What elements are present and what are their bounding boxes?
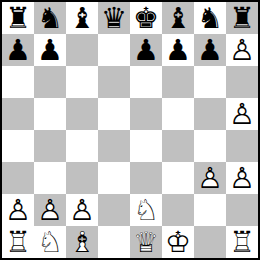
white-queen-icon: ♛♕	[130, 226, 162, 258]
square-h6[interactable]	[226, 66, 258, 98]
square-g4[interactable]	[194, 130, 226, 162]
square-c8[interactable]: ♝	[66, 2, 98, 34]
square-b7[interactable]: ♟	[34, 34, 66, 66]
white-pawn-icon: ♟♙	[66, 194, 98, 226]
square-h7[interactable]: ♟♙	[226, 34, 258, 66]
white-king-icon: ♚♔	[162, 226, 194, 258]
square-h1[interactable]: ♜♖	[226, 226, 258, 258]
white-pawn-icon: ♟♙	[226, 162, 258, 194]
square-g3[interactable]: ♟♙	[194, 162, 226, 194]
black-knight-icon: ♞	[194, 2, 226, 34]
square-h3[interactable]: ♟♙	[226, 162, 258, 194]
square-c4[interactable]	[66, 130, 98, 162]
square-a7[interactable]: ♟	[2, 34, 34, 66]
square-h4[interactable]	[226, 130, 258, 162]
square-c3[interactable]	[66, 162, 98, 194]
square-a1[interactable]: ♜♖	[2, 226, 34, 258]
square-g2[interactable]	[194, 194, 226, 226]
square-f8[interactable]: ♝	[162, 2, 194, 34]
white-bishop-icon: ♝♗	[66, 226, 98, 258]
square-f4[interactable]	[162, 130, 194, 162]
black-knight-icon: ♞	[34, 2, 66, 34]
square-d4[interactable]	[98, 130, 130, 162]
square-b2[interactable]: ♟♙	[34, 194, 66, 226]
square-e6[interactable]	[130, 66, 162, 98]
square-d8[interactable]: ♛	[98, 2, 130, 34]
white-knight-icon: ♞♘	[130, 194, 162, 226]
square-a4[interactable]	[2, 130, 34, 162]
square-c5[interactable]	[66, 98, 98, 130]
white-pawn-icon: ♟♙	[226, 98, 258, 130]
chess-board: ♜♞♝♛♚♝♞♜♟♟♟♟♟♟♙♟♙♟♙♟♙♟♙♟♙♟♙♞♘♜♖♞♘♝♗♛♕♚♔♜…	[0, 0, 260, 260]
white-pawn-icon: ♟♙	[34, 194, 66, 226]
square-a3[interactable]	[2, 162, 34, 194]
square-h2[interactable]	[226, 194, 258, 226]
black-pawn-icon: ♟	[194, 34, 226, 66]
square-f2[interactable]	[162, 194, 194, 226]
square-c7[interactable]	[66, 34, 98, 66]
square-e5[interactable]	[130, 98, 162, 130]
square-c6[interactable]	[66, 66, 98, 98]
square-c2[interactable]: ♟♙	[66, 194, 98, 226]
square-d5[interactable]	[98, 98, 130, 130]
square-f6[interactable]	[162, 66, 194, 98]
square-b3[interactable]	[34, 162, 66, 194]
square-d6[interactable]	[98, 66, 130, 98]
black-pawn-icon: ♟	[130, 34, 162, 66]
square-g5[interactable]	[194, 98, 226, 130]
square-g6[interactable]	[194, 66, 226, 98]
square-b5[interactable]	[34, 98, 66, 130]
square-d2[interactable]	[98, 194, 130, 226]
square-g7[interactable]: ♟	[194, 34, 226, 66]
square-b8[interactable]: ♞	[34, 2, 66, 34]
white-knight-icon: ♞♘	[34, 226, 66, 258]
square-f7[interactable]: ♟	[162, 34, 194, 66]
square-f1[interactable]: ♚♔	[162, 226, 194, 258]
black-pawn-icon: ♟	[34, 34, 66, 66]
white-rook-icon: ♜♖	[226, 226, 258, 258]
square-d3[interactable]	[98, 162, 130, 194]
black-queen-icon: ♛	[98, 2, 130, 34]
square-e2[interactable]: ♞♘	[130, 194, 162, 226]
square-e7[interactable]: ♟	[130, 34, 162, 66]
square-e3[interactable]	[130, 162, 162, 194]
white-pawn-icon: ♟♙	[194, 162, 226, 194]
black-rook-icon: ♜	[2, 2, 34, 34]
square-a5[interactable]	[2, 98, 34, 130]
square-f3[interactable]	[162, 162, 194, 194]
square-b4[interactable]	[34, 130, 66, 162]
white-pawn-icon: ♟♙	[226, 34, 258, 66]
square-g8[interactable]: ♞	[194, 2, 226, 34]
white-rook-icon: ♜♖	[2, 226, 34, 258]
black-bishop-icon: ♝	[162, 2, 194, 34]
black-pawn-icon: ♟	[2, 34, 34, 66]
square-f5[interactable]	[162, 98, 194, 130]
square-b1[interactable]: ♞♘	[34, 226, 66, 258]
square-e8[interactable]: ♚	[130, 2, 162, 34]
black-bishop-icon: ♝	[66, 2, 98, 34]
square-d7[interactable]	[98, 34, 130, 66]
square-g1[interactable]	[194, 226, 226, 258]
square-e1[interactable]: ♛♕	[130, 226, 162, 258]
black-king-icon: ♚	[130, 2, 162, 34]
square-a8[interactable]: ♜	[2, 2, 34, 34]
square-b6[interactable]	[34, 66, 66, 98]
square-e4[interactable]	[130, 130, 162, 162]
square-h8[interactable]: ♜	[226, 2, 258, 34]
square-h5[interactable]: ♟♙	[226, 98, 258, 130]
square-c1[interactable]: ♝♗	[66, 226, 98, 258]
black-rook-icon: ♜	[226, 2, 258, 34]
square-a2[interactable]: ♟♙	[2, 194, 34, 226]
square-d1[interactable]	[98, 226, 130, 258]
square-a6[interactable]	[2, 66, 34, 98]
black-pawn-icon: ♟	[162, 34, 194, 66]
white-pawn-icon: ♟♙	[2, 194, 34, 226]
